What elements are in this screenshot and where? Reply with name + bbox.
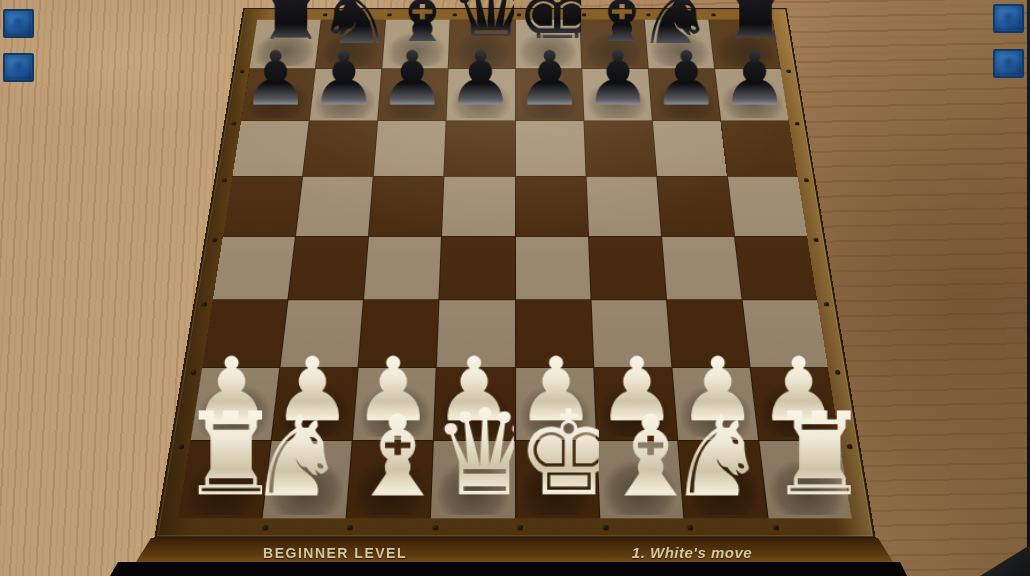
button-icon — [5, 55, 32, 80]
square-b4[interactable] — [289, 236, 369, 299]
square-e6[interactable] — [515, 121, 585, 176]
square-a4[interactable] — [213, 236, 295, 299]
frame-peg — [824, 302, 830, 307]
game-scene: ♜♞♝♛♚♝♞♜♟♟♟♟♟♟♟♟♟♟♟♟♟♟♟♟♜♞♝♛♚♝♞♜ BEGINNE… — [0, 0, 1030, 576]
corner-button-top-left-2[interactable] — [3, 53, 34, 82]
square-f6[interactable] — [584, 121, 656, 176]
board-squares: ♜♞♝♛♚♝♞♜♟♟♟♟♟♟♟♟♟♟♟♟♟♟♟♟♜♞♝♛♚♝♞♜ — [178, 20, 851, 519]
corner-button-top-right-2[interactable] — [993, 49, 1024, 78]
square-e5[interactable] — [515, 177, 587, 236]
square-h6[interactable] — [721, 121, 797, 176]
square-g7[interactable]: ♟ — [648, 69, 720, 121]
square-f5[interactable] — [586, 177, 660, 236]
square-g5[interactable] — [657, 177, 734, 236]
square-f4[interactable] — [589, 236, 666, 299]
white-knight-g1[interactable]: ♞ — [684, 402, 767, 512]
white-king-e1[interactable]: ♚ — [516, 395, 599, 512]
white-knight-b1[interactable]: ♞ — [263, 402, 346, 512]
square-a5[interactable] — [223, 177, 302, 236]
frame-peg — [202, 302, 208, 307]
square-g6[interactable] — [653, 121, 727, 176]
square-e7[interactable]: ♟ — [515, 69, 583, 121]
frame-peg — [231, 122, 236, 126]
square-h5[interactable] — [728, 177, 807, 236]
black-pawn-h7[interactable]: ♟ — [721, 42, 788, 117]
square-g1[interactable]: ♞ — [678, 441, 767, 518]
square-c7[interactable]: ♟ — [378, 69, 448, 121]
square-d6[interactable] — [445, 121, 515, 176]
corner-button-top-right-1[interactable] — [993, 4, 1024, 33]
white-queen-d1[interactable]: ♛ — [431, 393, 514, 513]
white-bishop-c1[interactable]: ♝ — [347, 400, 430, 513]
frame-peg — [222, 178, 227, 182]
frame-peg — [517, 525, 523, 531]
square-f7[interactable]: ♟ — [582, 69, 652, 121]
black-pawn-f7[interactable]: ♟ — [584, 42, 651, 117]
frame-peg — [432, 525, 438, 531]
square-b6[interactable] — [303, 121, 377, 176]
button-icon — [5, 11, 32, 36]
frame-peg — [602, 525, 608, 531]
frame-peg — [262, 525, 268, 531]
button-icon — [995, 6, 1022, 31]
square-a6[interactable] — [232, 121, 308, 176]
square-h1[interactable]: ♜ — [759, 441, 851, 518]
square-b1[interactable]: ♞ — [263, 441, 352, 518]
square-d7[interactable]: ♟ — [447, 69, 515, 121]
corner-button-top-left-1[interactable] — [3, 9, 34, 38]
square-e1[interactable]: ♚ — [516, 441, 599, 518]
frame-peg — [687, 525, 693, 531]
frame-peg — [347, 525, 353, 531]
button-icon — [995, 51, 1022, 76]
square-b7[interactable]: ♟ — [310, 69, 382, 121]
square-h7[interactable]: ♟ — [715, 69, 789, 121]
square-e4[interactable] — [516, 236, 591, 299]
square-c5[interactable] — [369, 177, 443, 236]
frame-peg — [772, 525, 778, 531]
black-pawn-b7[interactable]: ♟ — [310, 42, 377, 117]
black-pawn-d7[interactable]: ♟ — [447, 42, 514, 117]
square-c1[interactable]: ♝ — [347, 441, 433, 518]
square-d5[interactable] — [442, 177, 514, 236]
square-b5[interactable] — [296, 177, 373, 236]
frame-peg — [813, 238, 819, 242]
black-pawn-g7[interactable]: ♟ — [652, 42, 719, 117]
square-a7[interactable]: ♟ — [241, 69, 315, 121]
white-rook-h1[interactable]: ♜ — [768, 398, 851, 513]
square-d1[interactable]: ♛ — [431, 441, 514, 518]
black-pawn-e7[interactable]: ♟ — [515, 42, 582, 117]
black-pawn-c7[interactable]: ♟ — [379, 42, 446, 117]
frame-peg — [795, 122, 800, 126]
black-pawn-a7[interactable]: ♟ — [242, 42, 309, 117]
square-h4[interactable] — [735, 236, 817, 299]
square-g4[interactable] — [662, 236, 742, 299]
square-c4[interactable] — [364, 236, 441, 299]
square-d4[interactable] — [440, 236, 515, 299]
frame-peg — [212, 238, 218, 242]
chess-board: ♜♞♝♛♚♝♞♜♟♟♟♟♟♟♟♟♟♟♟♟♟♟♟♟♜♞♝♛♚♝♞♜ — [154, 8, 876, 538]
square-c6[interactable] — [374, 121, 446, 176]
board-perspective-wrap: ♜♞♝♛♚♝♞♜♟♟♟♟♟♟♟♟♟♟♟♟♟♟♟♟♜♞♝♛♚♝♞♜ — [205, 0, 825, 546]
frame-peg — [804, 178, 809, 182]
